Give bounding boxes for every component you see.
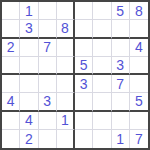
cell-r2c3[interactable]	[39, 20, 57, 38]
cell-r4c6[interactable]	[93, 57, 111, 75]
sudoku-board: 15838274533743541217	[0, 0, 150, 150]
cell-r7c2[interactable]: 4	[20, 112, 38, 130]
cell-r4c4[interactable]	[57, 57, 75, 75]
cell-r5c3[interactable]	[39, 75, 57, 93]
cell-r3c6[interactable]	[93, 39, 111, 57]
cell-r5c8[interactable]	[130, 75, 148, 93]
cell-r1c8[interactable]: 8	[130, 2, 148, 20]
cell-r4c1[interactable]	[2, 57, 20, 75]
cell-r6c2[interactable]	[20, 93, 38, 111]
cell-r1c7[interactable]: 5	[112, 2, 130, 20]
cell-r1c4[interactable]	[57, 2, 75, 20]
cell-r2c1[interactable]	[2, 20, 20, 38]
cell-r3c2[interactable]	[20, 39, 38, 57]
cell-r3c7[interactable]	[112, 39, 130, 57]
cell-r5c4[interactable]	[57, 75, 75, 93]
cell-r7c6[interactable]	[93, 112, 111, 130]
cell-r4c5[interactable]: 5	[75, 57, 93, 75]
cell-r3c8[interactable]: 4	[130, 39, 148, 57]
cell-r8c6[interactable]	[93, 130, 111, 148]
cell-r7c3[interactable]	[39, 112, 57, 130]
cell-r3c5[interactable]	[75, 39, 93, 57]
cell-r6c6[interactable]	[93, 93, 111, 111]
cell-r4c2[interactable]	[20, 57, 38, 75]
cell-r1c3[interactable]	[39, 2, 57, 20]
cell-r6c3[interactable]: 3	[39, 93, 57, 111]
cell-r6c4[interactable]	[57, 93, 75, 111]
cell-r8c2[interactable]: 2	[20, 130, 38, 148]
cell-r5c7[interactable]: 7	[112, 75, 130, 93]
cell-r7c8[interactable]	[130, 112, 148, 130]
cell-r8c8[interactable]: 7	[130, 130, 148, 148]
cell-r5c1[interactable]	[2, 75, 20, 93]
cell-r1c5[interactable]	[75, 2, 93, 20]
cell-r6c1[interactable]: 4	[2, 93, 20, 111]
cell-r8c1[interactable]	[2, 130, 20, 148]
cell-r7c1[interactable]	[2, 112, 20, 130]
cell-r2c5[interactable]	[75, 20, 93, 38]
cell-r6c5[interactable]	[75, 93, 93, 111]
cell-r1c6[interactable]	[93, 2, 111, 20]
cell-r8c4[interactable]	[57, 130, 75, 148]
cell-r5c5[interactable]: 3	[75, 75, 93, 93]
cell-r7c4[interactable]: 1	[57, 112, 75, 130]
cell-r4c8[interactable]	[130, 57, 148, 75]
cell-r8c3[interactable]	[39, 130, 57, 148]
cell-r1c2[interactable]: 1	[20, 2, 38, 20]
cell-r4c7[interactable]: 3	[112, 57, 130, 75]
cell-r5c2[interactable]	[20, 75, 38, 93]
cell-r2c7[interactable]	[112, 20, 130, 38]
cell-r3c3[interactable]: 7	[39, 39, 57, 57]
cell-r3c4[interactable]	[57, 39, 75, 57]
cell-r3c1[interactable]: 2	[2, 39, 20, 57]
cell-r7c5[interactable]	[75, 112, 93, 130]
cell-r7c7[interactable]	[112, 112, 130, 130]
cell-r2c8[interactable]	[130, 20, 148, 38]
cell-r6c8[interactable]: 5	[130, 93, 148, 111]
cell-r4c3[interactable]	[39, 57, 57, 75]
cell-r8c7[interactable]: 1	[112, 130, 130, 148]
cell-r2c6[interactable]	[93, 20, 111, 38]
cell-r2c4[interactable]: 8	[57, 20, 75, 38]
cell-r5c6[interactable]	[93, 75, 111, 93]
cell-r2c2[interactable]: 3	[20, 20, 38, 38]
cell-r6c7[interactable]	[112, 93, 130, 111]
cell-r1c1[interactable]	[2, 2, 20, 20]
cell-r8c5[interactable]	[75, 130, 93, 148]
